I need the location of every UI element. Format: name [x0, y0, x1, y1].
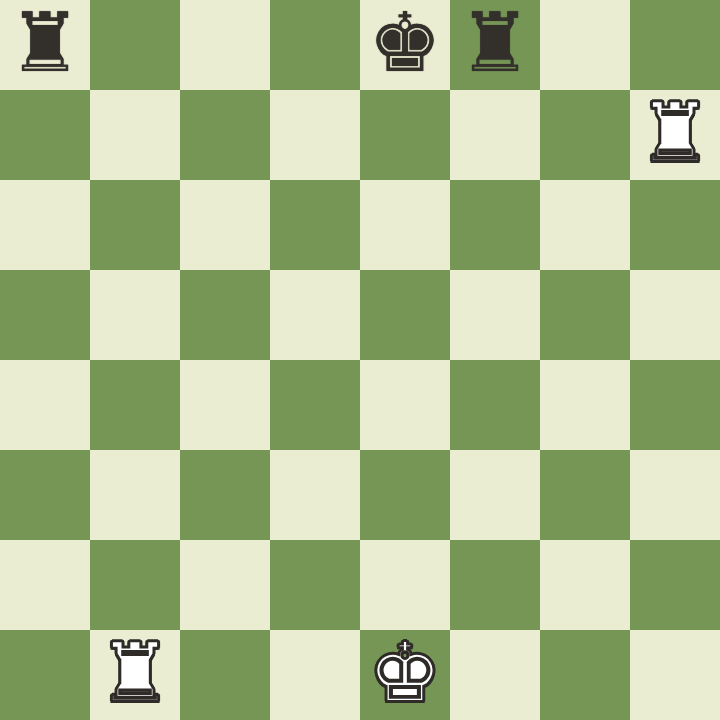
- square-g7[interactable]: [540, 90, 630, 180]
- black-king[interactable]: ♚: [368, 0, 442, 88]
- square-c3[interactable]: [180, 450, 270, 540]
- square-a5[interactable]: [0, 270, 90, 360]
- square-f5[interactable]: [450, 270, 540, 360]
- square-b3[interactable]: [90, 450, 180, 540]
- square-e2[interactable]: [360, 540, 450, 630]
- square-h5[interactable]: [630, 270, 720, 360]
- square-h7[interactable]: ♜: [630, 90, 720, 180]
- white-king[interactable]: ♚: [368, 628, 442, 718]
- square-f7[interactable]: [450, 90, 540, 180]
- square-g6[interactable]: [540, 180, 630, 270]
- square-h2[interactable]: [630, 540, 720, 630]
- square-a6[interactable]: [0, 180, 90, 270]
- black-rook[interactable]: ♜: [458, 0, 532, 88]
- square-g2[interactable]: [540, 540, 630, 630]
- square-c7[interactable]: [180, 90, 270, 180]
- white-rook[interactable]: ♜: [638, 88, 712, 178]
- black-rook[interactable]: ♜: [8, 0, 82, 88]
- square-a1[interactable]: [0, 630, 90, 720]
- square-g5[interactable]: [540, 270, 630, 360]
- square-b6[interactable]: [90, 180, 180, 270]
- square-b5[interactable]: [90, 270, 180, 360]
- square-c4[interactable]: [180, 360, 270, 450]
- square-e4[interactable]: [360, 360, 450, 450]
- square-e8[interactable]: ♚: [360, 0, 450, 90]
- square-g3[interactable]: [540, 450, 630, 540]
- square-b8[interactable]: [90, 0, 180, 90]
- square-h8[interactable]: [630, 0, 720, 90]
- square-b2[interactable]: [90, 540, 180, 630]
- square-h4[interactable]: [630, 360, 720, 450]
- square-d3[interactable]: [270, 450, 360, 540]
- square-e5[interactable]: [360, 270, 450, 360]
- square-b7[interactable]: [90, 90, 180, 180]
- square-g8[interactable]: [540, 0, 630, 90]
- square-h1[interactable]: [630, 630, 720, 720]
- square-d5[interactable]: [270, 270, 360, 360]
- square-a2[interactable]: [0, 540, 90, 630]
- square-d6[interactable]: [270, 180, 360, 270]
- square-a8[interactable]: ♜: [0, 0, 90, 90]
- square-f1[interactable]: [450, 630, 540, 720]
- square-f3[interactable]: [450, 450, 540, 540]
- square-a7[interactable]: [0, 90, 90, 180]
- square-g4[interactable]: [540, 360, 630, 450]
- square-e3[interactable]: [360, 450, 450, 540]
- square-f4[interactable]: [450, 360, 540, 450]
- chess-board: ♜♚♜♜♜♚: [0, 0, 720, 720]
- square-b1[interactable]: ♜: [90, 630, 180, 720]
- square-c8[interactable]: [180, 0, 270, 90]
- square-d2[interactable]: [270, 540, 360, 630]
- square-e7[interactable]: [360, 90, 450, 180]
- square-e6[interactable]: [360, 180, 450, 270]
- square-f2[interactable]: [450, 540, 540, 630]
- square-c6[interactable]: [180, 180, 270, 270]
- square-f8[interactable]: ♜: [450, 0, 540, 90]
- square-d1[interactable]: [270, 630, 360, 720]
- square-d4[interactable]: [270, 360, 360, 450]
- square-d8[interactable]: [270, 0, 360, 90]
- square-g1[interactable]: [540, 630, 630, 720]
- white-rook[interactable]: ♜: [98, 628, 172, 718]
- square-h3[interactable]: [630, 450, 720, 540]
- square-h6[interactable]: [630, 180, 720, 270]
- square-c5[interactable]: [180, 270, 270, 360]
- square-d7[interactable]: [270, 90, 360, 180]
- square-e1[interactable]: ♚: [360, 630, 450, 720]
- square-f6[interactable]: [450, 180, 540, 270]
- square-c1[interactable]: [180, 630, 270, 720]
- square-a3[interactable]: [0, 450, 90, 540]
- square-b4[interactable]: [90, 360, 180, 450]
- square-a4[interactable]: [0, 360, 90, 450]
- square-c2[interactable]: [180, 540, 270, 630]
